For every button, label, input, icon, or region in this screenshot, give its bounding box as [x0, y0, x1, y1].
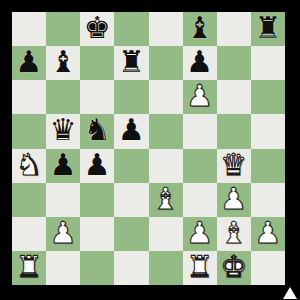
white-rook[interactable]: ♜ — [186, 252, 213, 282]
black-knight[interactable]: ♞ — [84, 115, 111, 145]
white-rook[interactable]: ♜ — [16, 252, 43, 282]
white-king[interactable]: ♚ — [220, 252, 247, 282]
square-f8[interactable]: ♝ — [183, 12, 217, 46]
square-e5[interactable] — [149, 114, 183, 148]
square-a4[interactable]: ♞ — [12, 149, 46, 183]
square-d2[interactable] — [114, 217, 148, 251]
square-h3[interactable] — [251, 183, 285, 217]
square-b7[interactable]: ♝ — [46, 46, 80, 80]
square-a3[interactable] — [12, 183, 46, 217]
white-queen[interactable]: ♛ — [220, 150, 247, 180]
square-f4[interactable] — [183, 149, 217, 183]
black-queen[interactable]: ♛ — [50, 115, 77, 145]
square-c5[interactable]: ♞ — [80, 114, 114, 148]
white-to-move-indicator-icon — [283, 287, 297, 299]
square-f3[interactable] — [183, 183, 217, 217]
square-h7[interactable] — [251, 46, 285, 80]
square-c1[interactable] — [80, 251, 114, 285]
chess-app-frame: ♚♝♜♟♝♜♟♟♛♞♟♞♟♟♛♝♟♟♟♝♟♜♜♚ — [0, 0, 300, 300]
square-e8[interactable] — [149, 12, 183, 46]
square-e4[interactable] — [149, 149, 183, 183]
square-h5[interactable] — [251, 114, 285, 148]
square-a6[interactable] — [12, 80, 46, 114]
square-a1[interactable]: ♜ — [12, 251, 46, 285]
square-d8[interactable] — [114, 12, 148, 46]
square-g7[interactable] — [217, 46, 251, 80]
white-bishop[interactable]: ♝ — [152, 184, 179, 214]
white-pawn[interactable]: ♟ — [186, 218, 213, 248]
square-e7[interactable] — [149, 46, 183, 80]
square-h4[interactable] — [251, 149, 285, 183]
square-e1[interactable] — [149, 251, 183, 285]
square-c4[interactable]: ♟ — [80, 149, 114, 183]
square-g8[interactable] — [217, 12, 251, 46]
square-a2[interactable] — [12, 217, 46, 251]
black-king[interactable]: ♚ — [84, 13, 111, 43]
square-d5[interactable]: ♟ — [114, 114, 148, 148]
black-pawn[interactable]: ♟ — [118, 115, 145, 145]
square-g6[interactable] — [217, 80, 251, 114]
square-g4[interactable]: ♛ — [217, 149, 251, 183]
black-rook[interactable]: ♜ — [254, 13, 281, 43]
square-b5[interactable]: ♛ — [46, 114, 80, 148]
square-d4[interactable] — [114, 149, 148, 183]
square-h2[interactable]: ♟ — [251, 217, 285, 251]
square-e3[interactable]: ♝ — [149, 183, 183, 217]
white-pawn[interactable]: ♟ — [220, 184, 247, 214]
square-b2[interactable]: ♟ — [46, 217, 80, 251]
black-pawn[interactable]: ♟ — [50, 150, 77, 180]
square-g5[interactable] — [217, 114, 251, 148]
white-knight[interactable]: ♞ — [16, 150, 43, 180]
square-d3[interactable] — [114, 183, 148, 217]
square-f7[interactable]: ♟ — [183, 46, 217, 80]
white-pawn[interactable]: ♟ — [254, 218, 281, 248]
square-c2[interactable] — [80, 217, 114, 251]
white-pawn[interactable]: ♟ — [186, 81, 213, 111]
square-h1[interactable] — [251, 251, 285, 285]
square-e6[interactable] — [149, 80, 183, 114]
square-d1[interactable] — [114, 251, 148, 285]
square-a5[interactable] — [12, 114, 46, 148]
black-pawn[interactable]: ♟ — [186, 47, 213, 77]
square-g1[interactable]: ♚ — [217, 251, 251, 285]
white-pawn[interactable]: ♟ — [50, 218, 77, 248]
square-e2[interactable] — [149, 217, 183, 251]
black-bishop[interactable]: ♝ — [50, 47, 77, 77]
square-d6[interactable] — [114, 80, 148, 114]
square-d7[interactable]: ♜ — [114, 46, 148, 80]
square-b1[interactable] — [46, 251, 80, 285]
square-f5[interactable] — [183, 114, 217, 148]
square-a7[interactable]: ♟ — [12, 46, 46, 80]
square-a8[interactable] — [12, 12, 46, 46]
square-b6[interactable] — [46, 80, 80, 114]
black-pawn[interactable]: ♟ — [16, 47, 43, 77]
square-b8[interactable] — [46, 12, 80, 46]
black-bishop[interactable]: ♝ — [186, 13, 213, 43]
square-f1[interactable]: ♜ — [183, 251, 217, 285]
square-f6[interactable]: ♟ — [183, 80, 217, 114]
square-h6[interactable] — [251, 80, 285, 114]
square-c8[interactable]: ♚ — [80, 12, 114, 46]
black-pawn[interactable]: ♟ — [84, 150, 111, 180]
square-h8[interactable]: ♜ — [251, 12, 285, 46]
white-bishop[interactable]: ♝ — [220, 218, 247, 248]
chess-board[interactable]: ♚♝♜♟♝♜♟♟♛♞♟♞♟♟♛♝♟♟♟♝♟♜♜♚ — [12, 12, 285, 285]
square-f2[interactable]: ♟ — [183, 217, 217, 251]
square-c7[interactable] — [80, 46, 114, 80]
square-b3[interactable] — [46, 183, 80, 217]
square-g2[interactable]: ♝ — [217, 217, 251, 251]
square-b4[interactable]: ♟ — [46, 149, 80, 183]
square-c6[interactable] — [80, 80, 114, 114]
black-rook[interactable]: ♜ — [118, 47, 145, 77]
square-g3[interactable]: ♟ — [217, 183, 251, 217]
square-c3[interactable] — [80, 183, 114, 217]
